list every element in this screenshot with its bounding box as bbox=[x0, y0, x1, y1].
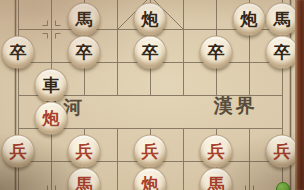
piece-red-soldier[interactable]: 兵 bbox=[134, 135, 167, 168]
piece-black-chariot[interactable]: 車 bbox=[35, 69, 68, 102]
piece-black-horse[interactable]: 馬 bbox=[68, 3, 101, 36]
online-status-dot bbox=[276, 182, 290, 190]
piece-black-soldier[interactable]: 卒 bbox=[134, 36, 167, 69]
piece-black-soldier[interactable]: 卒 bbox=[200, 36, 233, 69]
river-label-jie: 界 bbox=[234, 95, 256, 117]
piece-red-soldier[interactable]: 兵 bbox=[200, 135, 233, 168]
piece-red-soldier[interactable]: 兵 bbox=[2, 135, 35, 168]
piece-red-soldier[interactable]: 兵 bbox=[68, 135, 101, 168]
river-label-han: 漢 bbox=[212, 95, 234, 117]
piece-black-horse[interactable]: 馬 bbox=[266, 3, 299, 36]
piece-black-soldier[interactable]: 卒 bbox=[68, 36, 101, 69]
piece-red-soldier[interactable]: 兵 bbox=[266, 135, 299, 168]
board-frame-right bbox=[295, 0, 304, 190]
xiangqi-board[interactable]: 楚 河 漢 界 馬炮炮馬卒卒卒卒卒車炮兵兵兵兵兵馬炮馬 bbox=[0, 0, 304, 190]
piece-black-soldier[interactable]: 卒 bbox=[2, 36, 35, 69]
piece-black-cannon[interactable]: 炮 bbox=[233, 3, 266, 36]
piece-red-cannon[interactable]: 炮 bbox=[35, 102, 68, 135]
piece-black-cannon[interactable]: 炮 bbox=[134, 3, 167, 36]
piece-black-soldier[interactable]: 卒 bbox=[266, 36, 299, 69]
